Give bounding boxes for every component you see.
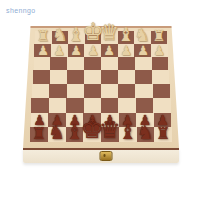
- square: [50, 57, 67, 71]
- square: [101, 84, 118, 98]
- square: ♟: [136, 113, 154, 128]
- piece-light-pawn: ♟: [37, 44, 49, 57]
- square: ♛: [101, 127, 119, 142]
- square: ♟: [119, 113, 137, 128]
- board-row: ♜♞♝♚♛♝♞♜: [35, 31, 167, 44]
- square: ♟: [34, 44, 51, 57]
- board-row: [33, 70, 169, 84]
- product-photo: shenngo ♜♞♝♚♛♝♞♜♟♟♟♟♟♟♟♟♟♟♟♟♟♟♟♟♜♞♝♚♛♝♞♜: [0, 0, 200, 200]
- piece-dark-pawn: ♟: [156, 113, 169, 127]
- square: ♞: [134, 31, 151, 44]
- square: [153, 98, 170, 113]
- square: [101, 98, 118, 113]
- square: [118, 70, 135, 84]
- square: ♟: [151, 44, 168, 57]
- piece-light-rook: ♜: [152, 29, 165, 44]
- piece-light-pawn: ♟: [87, 44, 99, 57]
- square: [153, 84, 170, 98]
- square: ♚: [85, 31, 102, 44]
- square: ♟: [118, 44, 135, 57]
- square: [67, 57, 84, 71]
- square: ♟: [84, 44, 101, 57]
- square: [33, 70, 50, 84]
- piece-dark-rook: ♜: [156, 126, 170, 142]
- piece-light-pawn: ♟: [103, 44, 115, 57]
- square: [152, 57, 169, 71]
- square: [135, 57, 152, 71]
- board-row: [34, 57, 169, 71]
- square: ♜: [30, 127, 48, 142]
- square: [31, 98, 48, 113]
- board-row: ♜♞♝♚♛♝♞♜: [30, 127, 172, 142]
- board-row: [32, 84, 170, 98]
- piece-light-pawn: ♟: [53, 44, 65, 57]
- square: ♞: [48, 127, 66, 142]
- piece-dark-pawn: ♟: [68, 113, 81, 127]
- square: [118, 57, 135, 71]
- piece-light-pawn: ♟: [153, 44, 165, 57]
- square: [101, 57, 118, 71]
- square: ♜: [154, 127, 172, 142]
- piece-light-pawn: ♟: [137, 44, 149, 57]
- square: ♛: [101, 31, 118, 44]
- square: [135, 70, 152, 84]
- square: [84, 70, 101, 84]
- square: [49, 84, 66, 98]
- square: ♟: [83, 113, 101, 128]
- piece-dark-pawn: ♟: [139, 113, 152, 127]
- square: ♟: [101, 113, 119, 128]
- square: ♟: [101, 44, 118, 57]
- square: [49, 98, 66, 113]
- piece-light-rook: ♜: [37, 29, 50, 44]
- square: ♟: [134, 44, 151, 57]
- square: ♟: [31, 113, 49, 128]
- square: ♝: [118, 31, 135, 44]
- square: [135, 84, 152, 98]
- piece-light-queen: ♛: [99, 21, 119, 43]
- brass-clasp-icon: [99, 151, 112, 161]
- square: ♜: [151, 31, 168, 44]
- square: ♟: [48, 113, 66, 128]
- square: [118, 84, 135, 98]
- square: [136, 98, 153, 113]
- board-row: ♟♟♟♟♟♟♟♟: [31, 113, 172, 128]
- square: ♝: [66, 127, 84, 142]
- square: ♜: [35, 31, 52, 44]
- square: [32, 84, 49, 98]
- square: [50, 70, 67, 84]
- square: [84, 84, 101, 98]
- square: [67, 84, 84, 98]
- square: [66, 98, 83, 113]
- piece-dark-pawn: ♟: [121, 113, 134, 127]
- watermark-text: shenngo: [6, 7, 36, 14]
- square: ♚: [83, 127, 101, 142]
- piece-light-pawn: ♟: [70, 44, 82, 57]
- square: [84, 98, 101, 113]
- square: [67, 70, 84, 84]
- square: [101, 70, 118, 84]
- piece-dark-pawn: ♟: [86, 113, 99, 127]
- square: ♟: [51, 44, 68, 57]
- piece-dark-pawn: ♟: [51, 113, 64, 127]
- chess-set-box: ♜♞♝♚♛♝♞♜♟♟♟♟♟♟♟♟♟♟♟♟♟♟♟♟♜♞♝♚♛♝♞♜: [23, 26, 179, 148]
- square: ♟: [66, 113, 84, 128]
- square: ♟: [154, 113, 172, 128]
- board-row: ♟♟♟♟♟♟♟♟: [34, 44, 167, 57]
- board-row: [31, 98, 170, 113]
- square: [84, 57, 101, 71]
- square: [34, 57, 51, 71]
- square: ♝: [119, 127, 137, 142]
- square: [152, 70, 169, 84]
- square: ♝: [68, 31, 85, 44]
- piece-dark-pawn: ♟: [104, 113, 117, 127]
- chess-board: ♜♞♝♚♛♝♞♜♟♟♟♟♟♟♟♟♟♟♟♟♟♟♟♟♜♞♝♚♛♝♞♜: [23, 31, 179, 143]
- piece-light-pawn: ♟: [120, 44, 132, 57]
- square: ♞: [137, 127, 155, 142]
- piece-dark-pawn: ♟: [33, 113, 46, 127]
- piece-dark-rook: ♜: [32, 126, 46, 142]
- square: [118, 98, 135, 113]
- square: ♟: [68, 44, 85, 57]
- square: ♞: [52, 31, 69, 44]
- box-front-panel: [23, 148, 179, 163]
